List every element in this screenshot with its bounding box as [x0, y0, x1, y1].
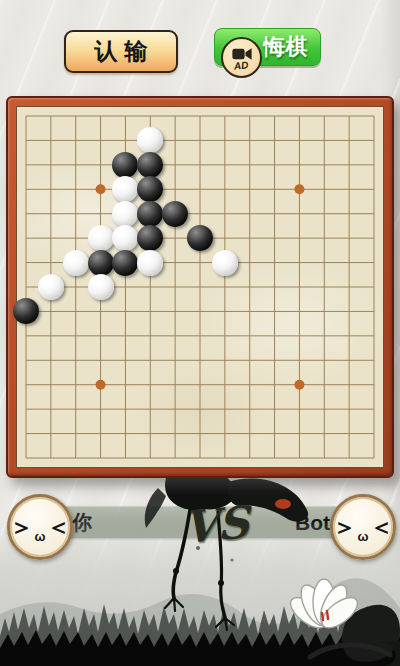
avatar-mouth: ω — [35, 530, 46, 543]
mountains-trees-art — [0, 536, 400, 666]
white-stone — [112, 201, 138, 227]
ad-label: AD — [234, 60, 249, 71]
star-point — [96, 184, 106, 194]
avatar-right-eye: ＜ — [47, 515, 71, 539]
crane-ink-art — [128, 468, 343, 633]
left-player-name: 你 — [72, 509, 92, 536]
board-frame — [6, 96, 394, 478]
white-stone — [88, 274, 114, 300]
black-stone — [162, 201, 188, 227]
black-stone — [187, 225, 213, 251]
white-stone — [88, 225, 114, 251]
avatar-right-eye: ＜ — [370, 515, 394, 539]
white-stone — [38, 274, 64, 300]
left-player-avatar[interactable]: ＞ω＜ — [7, 494, 73, 560]
star-point — [294, 380, 304, 390]
black-stone — [88, 250, 114, 276]
avatar-mouth: ω — [358, 530, 369, 543]
ad-video-badge[interactable]: AD — [221, 37, 262, 78]
star-point — [294, 184, 304, 194]
avatar-left-eye: ＞ — [10, 515, 34, 539]
black-stone — [137, 201, 163, 227]
vs-label: VS — [183, 496, 250, 553]
video-camera-icon — [231, 47, 253, 61]
white-stone — [212, 250, 238, 276]
right-player-avatar[interactable]: ＞ω＜ — [330, 494, 396, 560]
avatar-left-eye: ＞ — [333, 515, 357, 539]
lotus-ink-art — [258, 545, 400, 666]
board-grid — [17, 107, 383, 467]
gomoku-board[interactable] — [16, 106, 384, 468]
white-stone — [63, 250, 89, 276]
black-stone — [112, 250, 138, 276]
resign-button[interactable]: 认输 — [64, 30, 178, 73]
black-stone — [137, 152, 163, 178]
white-stone — [137, 250, 163, 276]
game-screen: 认输 悔棋 AD 你 Bot VS ＞ω＜ ＞ω＜ — [0, 0, 400, 666]
right-player-name: Bot — [295, 511, 330, 535]
star-point — [96, 380, 106, 390]
